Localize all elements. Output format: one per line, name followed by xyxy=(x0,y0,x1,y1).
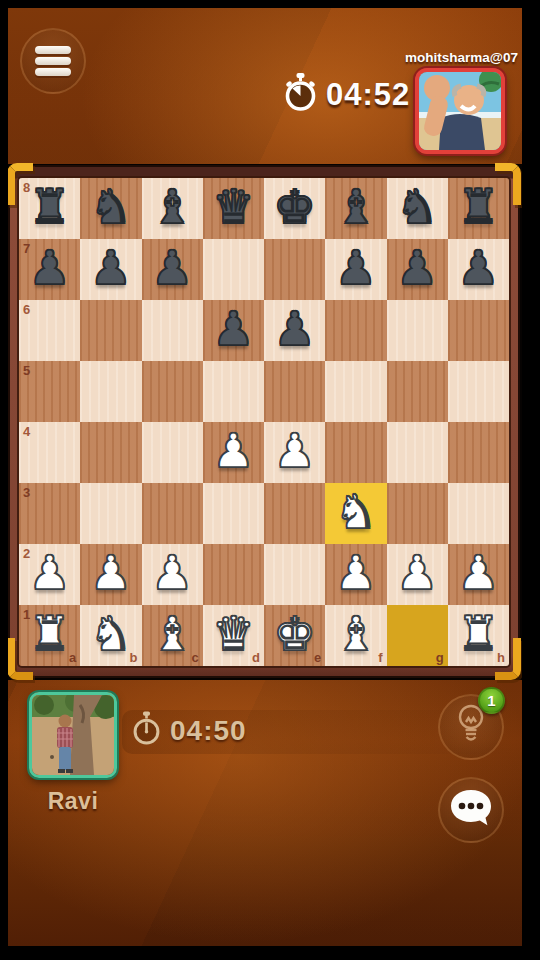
rank-label: 5 xyxy=(23,363,30,378)
file-label: g xyxy=(436,650,444,665)
square-f5[interactable] xyxy=(325,361,386,422)
stopwatch-icon xyxy=(132,710,161,752)
square-g8[interactable]: ♞ xyxy=(387,178,448,239)
opponent-clock: 04:52 xyxy=(284,72,410,118)
square-d4[interactable]: ♟ xyxy=(203,422,264,483)
square-b6[interactable] xyxy=(80,300,141,361)
black-pawn: ♟ xyxy=(212,305,254,352)
black-queen: ♛ xyxy=(212,183,254,230)
square-h2[interactable]: ♟ xyxy=(448,544,509,605)
hint-count-badge: 1 xyxy=(478,687,505,714)
square-a6[interactable]: 6 xyxy=(19,300,80,361)
game-screen: mohitsharma@07 04:52 xyxy=(8,8,522,946)
square-d3[interactable] xyxy=(203,483,264,544)
square-b7[interactable]: ♟ xyxy=(80,239,141,300)
square-b3[interactable] xyxy=(80,483,141,544)
square-d1[interactable]: d♛ xyxy=(203,605,264,666)
white-pawn: ♟ xyxy=(151,549,193,596)
square-d6[interactable]: ♟ xyxy=(203,300,264,361)
square-a2[interactable]: 2♟ xyxy=(19,544,80,605)
square-b4[interactable] xyxy=(80,422,141,483)
file-label: f xyxy=(378,650,382,665)
square-e8[interactable]: ♚ xyxy=(264,178,325,239)
black-pawn: ♟ xyxy=(151,244,193,291)
square-a3[interactable]: 3 xyxy=(19,483,80,544)
player-name: Ravi xyxy=(18,788,128,815)
square-c7[interactable]: ♟ xyxy=(142,239,203,300)
square-a4[interactable]: 4 xyxy=(19,422,80,483)
stopwatch-icon xyxy=(284,72,317,118)
black-pawn: ♟ xyxy=(396,244,438,291)
black-pawn: ♟ xyxy=(457,244,499,291)
square-e1[interactable]: e♚ xyxy=(264,605,325,666)
white-bishop: ♝ xyxy=(151,610,193,657)
square-h3[interactable] xyxy=(448,483,509,544)
white-knight: ♞ xyxy=(90,610,132,657)
black-bishop: ♝ xyxy=(335,183,377,230)
hamburger-menu-icon xyxy=(35,44,71,78)
square-f4[interactable] xyxy=(325,422,386,483)
white-rook: ♜ xyxy=(29,610,71,657)
white-pawn: ♟ xyxy=(457,549,499,596)
board-corner-accent xyxy=(495,638,521,680)
rank-label: 6 xyxy=(23,302,30,317)
square-g4[interactable] xyxy=(387,422,448,483)
square-h5[interactable] xyxy=(448,361,509,422)
square-f2[interactable]: ♟ xyxy=(325,544,386,605)
square-c2[interactable]: ♟ xyxy=(142,544,203,605)
player-clock: 04:50 xyxy=(132,710,247,752)
board-corner-accent xyxy=(8,638,33,680)
opponent-username: mohitsharma@07 xyxy=(405,50,518,65)
chat-button[interactable] xyxy=(438,777,504,843)
square-h4[interactable] xyxy=(448,422,509,483)
square-c1[interactable]: c♝ xyxy=(142,605,203,666)
square-b2[interactable]: ♟ xyxy=(80,544,141,605)
board-grid: 8♜♞♝♛♚♝♞♜7♟♟♟♟♟♟6♟♟54♟♟3♞2♟♟♟♟♟♟1a♜b♞c♝d… xyxy=(19,178,509,666)
white-pawn: ♟ xyxy=(29,549,71,596)
board-band: 8♜♞♝♛♚♝♞♜7♟♟♟♟♟♟6♟♟54♟♟3♞2♟♟♟♟♟♟1a♜b♞c♝d… xyxy=(8,164,522,680)
white-queen: ♛ xyxy=(212,610,254,657)
chess-board: 8♜♞♝♛♚♝♞♜7♟♟♟♟♟♟6♟♟54♟♟3♞2♟♟♟♟♟♟1a♜b♞c♝d… xyxy=(10,167,518,676)
square-c8[interactable]: ♝ xyxy=(142,178,203,239)
white-rook: ♜ xyxy=(457,610,499,657)
white-knight: ♞ xyxy=(335,488,377,535)
board-corner-accent xyxy=(495,163,521,205)
black-pawn: ♟ xyxy=(274,305,316,352)
square-f3[interactable]: ♞ xyxy=(325,483,386,544)
player-clock-time: 04:50 xyxy=(170,715,247,747)
opponent-avatar[interactable] xyxy=(415,68,505,154)
square-d5[interactable] xyxy=(203,361,264,422)
square-e2[interactable] xyxy=(264,544,325,605)
black-rook: ♜ xyxy=(29,183,71,230)
white-pawn: ♟ xyxy=(335,549,377,596)
white-pawn: ♟ xyxy=(396,549,438,596)
player-avatar[interactable] xyxy=(29,692,117,778)
black-pawn: ♟ xyxy=(29,244,71,291)
black-pawn: ♟ xyxy=(90,244,132,291)
square-e4[interactable]: ♟ xyxy=(264,422,325,483)
square-a7[interactable]: 7♟ xyxy=(19,239,80,300)
square-d7[interactable] xyxy=(203,239,264,300)
player-avatar-image xyxy=(32,695,114,775)
white-pawn: ♟ xyxy=(212,427,254,474)
square-g2[interactable]: ♟ xyxy=(387,544,448,605)
square-g6[interactable] xyxy=(387,300,448,361)
square-f1[interactable]: f♝ xyxy=(325,605,386,666)
square-g7[interactable]: ♟ xyxy=(387,239,448,300)
black-pawn: ♟ xyxy=(335,244,377,291)
square-h6[interactable] xyxy=(448,300,509,361)
black-king: ♚ xyxy=(274,183,316,230)
square-g1[interactable]: g xyxy=(387,605,448,666)
square-c5[interactable] xyxy=(142,361,203,422)
square-d8[interactable]: ♛ xyxy=(203,178,264,239)
square-e7[interactable] xyxy=(264,239,325,300)
square-f8[interactable]: ♝ xyxy=(325,178,386,239)
square-f6[interactable] xyxy=(325,300,386,361)
rank-label: 4 xyxy=(23,424,30,439)
square-e5[interactable] xyxy=(264,361,325,422)
square-h7[interactable]: ♟ xyxy=(448,239,509,300)
square-g5[interactable] xyxy=(387,361,448,422)
square-g3[interactable] xyxy=(387,483,448,544)
square-c3[interactable] xyxy=(142,483,203,544)
square-e6[interactable]: ♟ xyxy=(264,300,325,361)
black-bishop: ♝ xyxy=(151,183,193,230)
hint-button[interactable]: 1 xyxy=(438,694,504,760)
square-a5[interactable]: 5 xyxy=(19,361,80,422)
square-c4[interactable] xyxy=(142,422,203,483)
board-corner-accent xyxy=(8,163,33,205)
chat-bubble-icon xyxy=(448,788,494,832)
white-king: ♚ xyxy=(274,610,316,657)
white-bishop: ♝ xyxy=(335,610,377,657)
square-e3[interactable] xyxy=(264,483,325,544)
square-c6[interactable] xyxy=(142,300,203,361)
black-knight: ♞ xyxy=(396,183,438,230)
menu-button[interactable] xyxy=(20,28,86,94)
square-b1[interactable]: b♞ xyxy=(80,605,141,666)
white-pawn: ♟ xyxy=(90,549,132,596)
rank-label: 3 xyxy=(23,485,30,500)
black-knight: ♞ xyxy=(90,183,132,230)
white-pawn: ♟ xyxy=(274,427,316,474)
square-b5[interactable] xyxy=(80,361,141,422)
square-d2[interactable] xyxy=(203,544,264,605)
black-rook: ♜ xyxy=(457,183,499,230)
opponent-clock-time: 04:52 xyxy=(326,77,410,113)
square-f7[interactable]: ♟ xyxy=(325,239,386,300)
square-b8[interactable]: ♞ xyxy=(80,178,141,239)
opponent-avatar-image xyxy=(419,72,501,150)
